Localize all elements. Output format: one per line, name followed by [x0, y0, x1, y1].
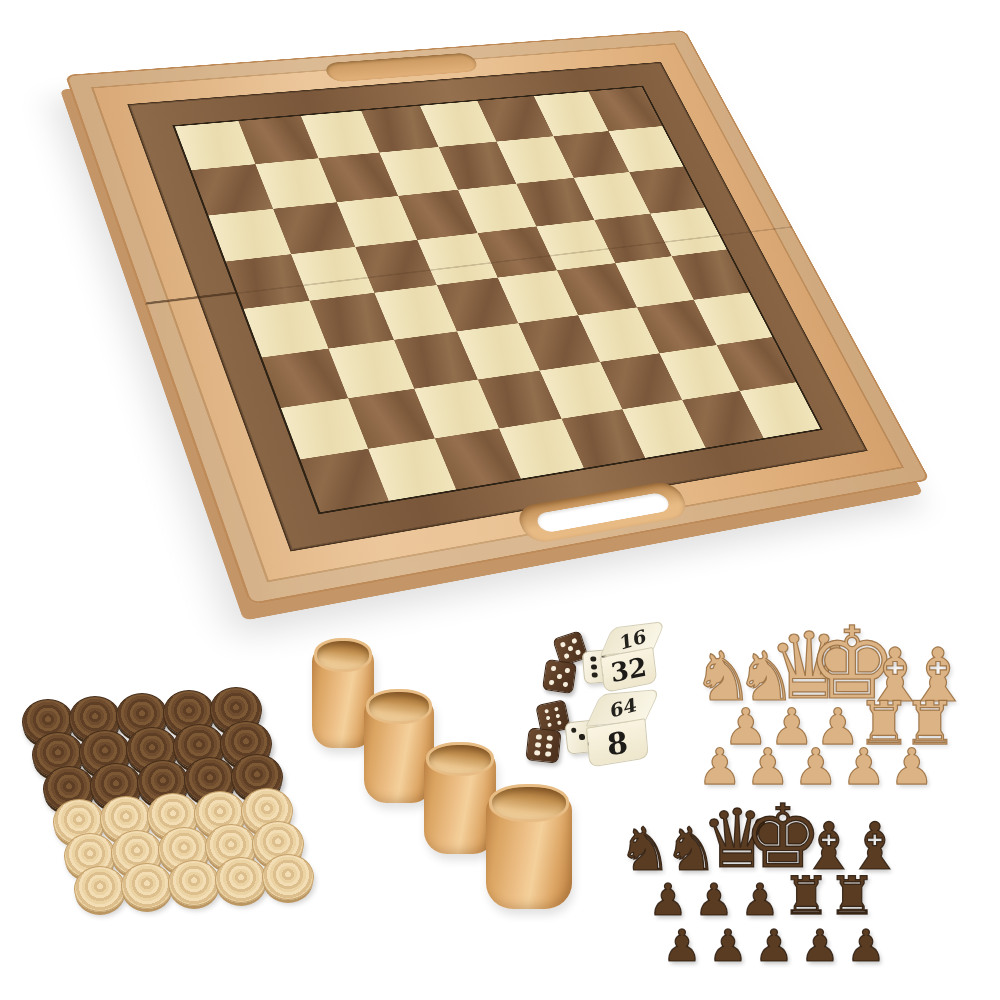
doubling-cube-top-face: 64: [586, 689, 661, 726]
chess-piece-dark-pawn[interactable]: ♟: [662, 924, 701, 968]
die-pip: [534, 750, 540, 756]
checker-light[interactable]: [74, 866, 126, 912]
chess-piece-dark-pawn[interactable]: ♟: [754, 924, 793, 968]
die-pip: [572, 638, 578, 644]
chess-piece-dark-pawn[interactable]: ♟: [708, 924, 747, 968]
die-pip: [549, 679, 555, 685]
die-pip: [568, 646, 574, 652]
checker-light[interactable]: [215, 857, 267, 903]
die-pip: [579, 734, 585, 740]
die-pip: [547, 722, 553, 728]
chess-piece-dark-rook[interactable]: ♜: [828, 869, 876, 922]
chess-piece-dark-pawn[interactable]: ♟: [800, 924, 839, 968]
die-pip: [557, 674, 563, 680]
die-pip: [535, 742, 541, 748]
doubling-cube-16-32[interactable]: 16 32: [597, 623, 658, 689]
chess-piece-light-pawn[interactable]: ♟: [794, 742, 839, 792]
die-pip: [575, 650, 581, 656]
chess-piece-dark-pawn[interactable]: ♟: [846, 924, 885, 968]
die-pip: [590, 656, 596, 662]
die-pip: [591, 664, 597, 670]
doubling-cube-64-8[interactable]: 64 8: [583, 691, 649, 764]
chess-piece-dark-pawn[interactable]: ♟: [648, 878, 687, 922]
game-board: [65, 30, 930, 605]
die-brown[interactable]: [525, 727, 561, 763]
die-pip: [544, 708, 550, 714]
die-pip: [545, 715, 551, 721]
product-photo: 16 32 64 8 ♞♞♛♚♝♝♟♟♟♜♜♟♟♟♟♟ ♞♞♛♚♝♝♟♟♟♜♜♟…: [0, 0, 1000, 1000]
die-pip: [564, 668, 570, 674]
die-pip: [546, 743, 552, 749]
die-pip: [554, 706, 560, 712]
die-pip: [547, 735, 553, 741]
chess-piece-dark-pawn[interactable]: ♟: [694, 878, 733, 922]
die-pip: [564, 653, 570, 659]
die-pip: [571, 728, 577, 734]
die-pip: [562, 681, 568, 687]
die-brown[interactable]: [542, 659, 577, 694]
die-pip: [557, 720, 563, 726]
dice-cup[interactable]: [486, 791, 572, 909]
die-pip: [545, 751, 551, 757]
checker-light[interactable]: [121, 863, 173, 909]
die-pip: [551, 666, 557, 672]
die-pip: [592, 672, 598, 678]
doubling-cube-front-face: 8: [586, 718, 649, 767]
checker-light[interactable]: [262, 854, 314, 900]
die-pip: [555, 713, 561, 719]
chess-piece-light-pawn[interactable]: ♟: [890, 742, 935, 792]
chess-piece-dark-rook[interactable]: ♜: [782, 869, 830, 922]
chess-piece-light-pawn[interactable]: ♟: [842, 742, 887, 792]
chess-piece-dark-pawn[interactable]: ♟: [740, 878, 779, 922]
die-pip: [560, 642, 566, 648]
chess-piece-light-pawn[interactable]: ♟: [746, 742, 791, 792]
die-pip: [536, 734, 542, 740]
chess-piece-light-pawn[interactable]: ♟: [698, 742, 743, 792]
checker-light[interactable]: [168, 860, 220, 906]
